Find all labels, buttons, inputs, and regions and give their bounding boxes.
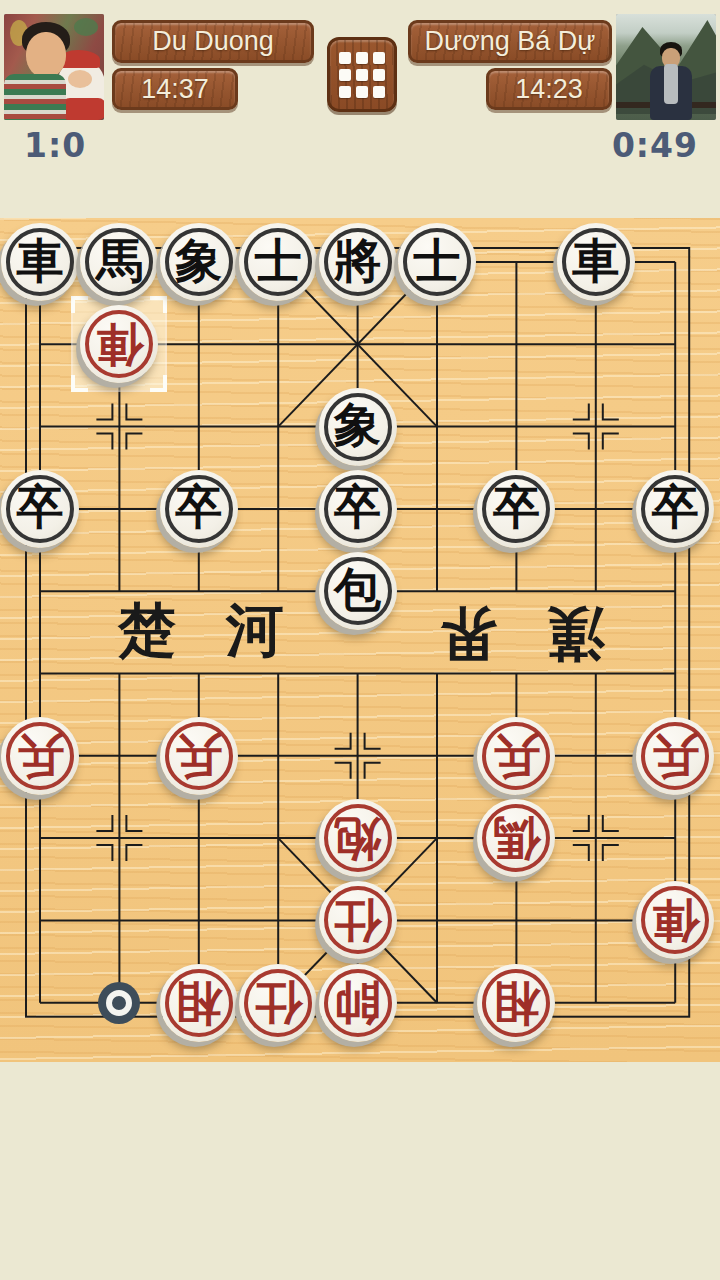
piece-glyph: 俥 — [96, 321, 143, 368]
grid-dot — [373, 52, 385, 64]
piece-glyph: 相 — [493, 979, 540, 1026]
piece-black-elephant[interactable]: 象 — [319, 388, 397, 466]
avatar-photo-decoration — [664, 64, 678, 104]
avatar-photo-decoration — [4, 74, 66, 120]
grid-dot — [356, 69, 368, 81]
piece-ring: 俥 — [85, 310, 153, 378]
piece-glyph: 象 — [175, 238, 222, 285]
piece-black-pawn[interactable]: 卒 — [319, 470, 397, 548]
grid-dot — [356, 86, 368, 98]
piece-ring: 車 — [562, 228, 630, 296]
piece-black-horse[interactable]: 馬 — [80, 223, 158, 301]
piece-black-chariot[interactable]: 車 — [1, 223, 79, 301]
grid-dot — [373, 69, 385, 81]
piece-glyph: 包 — [334, 567, 381, 614]
piece-glyph: 俥 — [652, 897, 699, 944]
player2-name-plate: Dương Bá Dự — [408, 20, 612, 63]
river-char: 楚 — [118, 598, 176, 666]
piece-glyph: 車 — [17, 238, 64, 285]
piece-black-general[interactable]: 將 — [319, 223, 397, 301]
player1-avatar[interactable] — [4, 14, 104, 120]
piece-red-pawn[interactable]: 兵 — [477, 717, 555, 795]
piece-ring: 仕 — [244, 969, 312, 1037]
piece-ring: 卒 — [482, 475, 550, 543]
piece-red-advisor[interactable]: 仕 — [319, 881, 397, 959]
piece-ring: 卒 — [165, 475, 233, 543]
piece-ring: 象 — [165, 228, 233, 296]
piece-black-pawn[interactable]: 卒 — [1, 470, 79, 548]
river-text-han-jie: 漢 界 — [439, 598, 605, 666]
avatar-photo-decoration — [60, 50, 100, 68]
move-timer: 0:49 — [612, 126, 698, 165]
river-char: 漢 — [547, 598, 605, 666]
piece-red-cannon[interactable]: 炮 — [319, 799, 397, 877]
top-bar: Du Duong 14:37 Dương Bá Dự 14:23 — [0, 0, 720, 218]
piece-black-pawn[interactable]: 卒 — [160, 470, 238, 548]
last-move-from-marker — [98, 982, 140, 1024]
piece-ring: 相 — [482, 969, 550, 1037]
piece-ring: 卒 — [6, 475, 74, 543]
piece-red-elephant[interactable]: 相 — [160, 964, 238, 1042]
piece-red-horse[interactable]: 傌 — [477, 799, 555, 877]
grid-menu-icon — [339, 52, 385, 98]
xiangqi-board[interactable]: 楚 河 漢 界 車馬象士將士車俥象卒卒卒卒卒包兵兵兵兵炮傌仕俥相仕帥相 — [0, 218, 720, 1062]
match-score: 1:0 — [24, 126, 86, 165]
piece-ring: 車 — [6, 228, 74, 296]
xiangqi-game-screen: Du Duong 14:37 Dương Bá Dự 14:23 — [0, 0, 720, 1280]
piece-glyph: 兵 — [493, 732, 540, 779]
piece-ring: 帥 — [324, 969, 392, 1037]
piece-black-chariot[interactable]: 車 — [557, 223, 635, 301]
piece-ring: 俥 — [641, 886, 709, 954]
piece-red-advisor[interactable]: 仕 — [239, 964, 317, 1042]
piece-ring: 兵 — [482, 722, 550, 790]
piece-glyph: 士 — [255, 238, 302, 285]
piece-glyph: 車 — [572, 238, 619, 285]
player2-name: Dương Bá Dự — [425, 26, 596, 57]
piece-ring: 卒 — [324, 475, 392, 543]
grid-dot — [339, 86, 351, 98]
player2-avatar[interactable] — [616, 14, 716, 120]
piece-black-elephant[interactable]: 象 — [160, 223, 238, 301]
piece-glyph: 傌 — [493, 815, 540, 862]
piece-ring: 馬 — [85, 228, 153, 296]
piece-red-elephant[interactable]: 相 — [477, 964, 555, 1042]
piece-ring: 象 — [324, 393, 392, 461]
piece-red-general[interactable]: 帥 — [319, 964, 397, 1042]
menu-button[interactable] — [327, 37, 397, 112]
player2-clock: 14:23 — [486, 68, 612, 110]
player1-clock: 14:37 — [112, 68, 238, 110]
piece-glyph: 帥 — [334, 979, 381, 1026]
piece-glyph: 仕 — [334, 897, 381, 944]
piece-ring: 仕 — [324, 886, 392, 954]
piece-red-pawn[interactable]: 兵 — [636, 717, 714, 795]
piece-black-pawn[interactable]: 卒 — [636, 470, 714, 548]
piece-ring: 相 — [165, 969, 233, 1037]
piece-glyph: 卒 — [652, 484, 699, 531]
avatar-photo-decoration — [62, 98, 104, 120]
piece-ring: 包 — [324, 557, 392, 625]
piece-glyph: 兵 — [652, 732, 699, 779]
piece-ring: 炮 — [324, 804, 392, 872]
piece-black-pawn[interactable]: 卒 — [477, 470, 555, 548]
piece-glyph: 相 — [175, 979, 222, 1026]
grid-dot — [339, 52, 351, 64]
piece-glyph: 炮 — [334, 815, 381, 862]
piece-glyph: 仕 — [255, 979, 302, 1026]
grid-dot — [356, 52, 368, 64]
piece-red-pawn[interactable]: 兵 — [1, 717, 79, 795]
river-char: 河 — [226, 598, 284, 666]
piece-glyph: 卒 — [17, 484, 64, 531]
avatar-photo-decoration — [68, 70, 92, 88]
player1-name-plate: Du Duong — [112, 20, 314, 63]
piece-glyph: 馬 — [96, 238, 143, 285]
grid-dot — [339, 69, 351, 81]
piece-glyph: 象 — [334, 402, 381, 449]
piece-glyph: 兵 — [17, 732, 64, 779]
piece-ring: 兵 — [6, 722, 74, 790]
piece-ring: 士 — [244, 228, 312, 296]
piece-ring: 將 — [324, 228, 392, 296]
grid-dot — [373, 86, 385, 98]
piece-ring: 兵 — [641, 722, 709, 790]
avatar-photo-decoration — [74, 18, 98, 36]
river-text-chu-he: 楚 河 — [118, 598, 284, 666]
player2-time: 14:23 — [515, 74, 583, 105]
piece-ring: 兵 — [165, 722, 233, 790]
player1-name: Du Duong — [152, 26, 274, 57]
piece-glyph: 將 — [334, 238, 381, 285]
piece-ring: 傌 — [482, 804, 550, 872]
piece-glyph: 兵 — [175, 732, 222, 779]
piece-glyph: 卒 — [334, 484, 381, 531]
river-char: 界 — [439, 598, 497, 666]
piece-glyph: 卒 — [175, 484, 222, 531]
avatar-photo-decoration — [26, 32, 66, 78]
piece-ring: 士 — [403, 228, 471, 296]
piece-black-advisor[interactable]: 士 — [398, 223, 476, 301]
piece-ring: 卒 — [641, 475, 709, 543]
piece-glyph: 卒 — [493, 484, 540, 531]
piece-black-advisor[interactable]: 士 — [239, 223, 317, 301]
piece-black-cannon[interactable]: 包 — [319, 552, 397, 630]
piece-red-pawn[interactable]: 兵 — [160, 717, 238, 795]
player1-time: 14:37 — [141, 74, 209, 105]
piece-glyph: 士 — [414, 238, 461, 285]
